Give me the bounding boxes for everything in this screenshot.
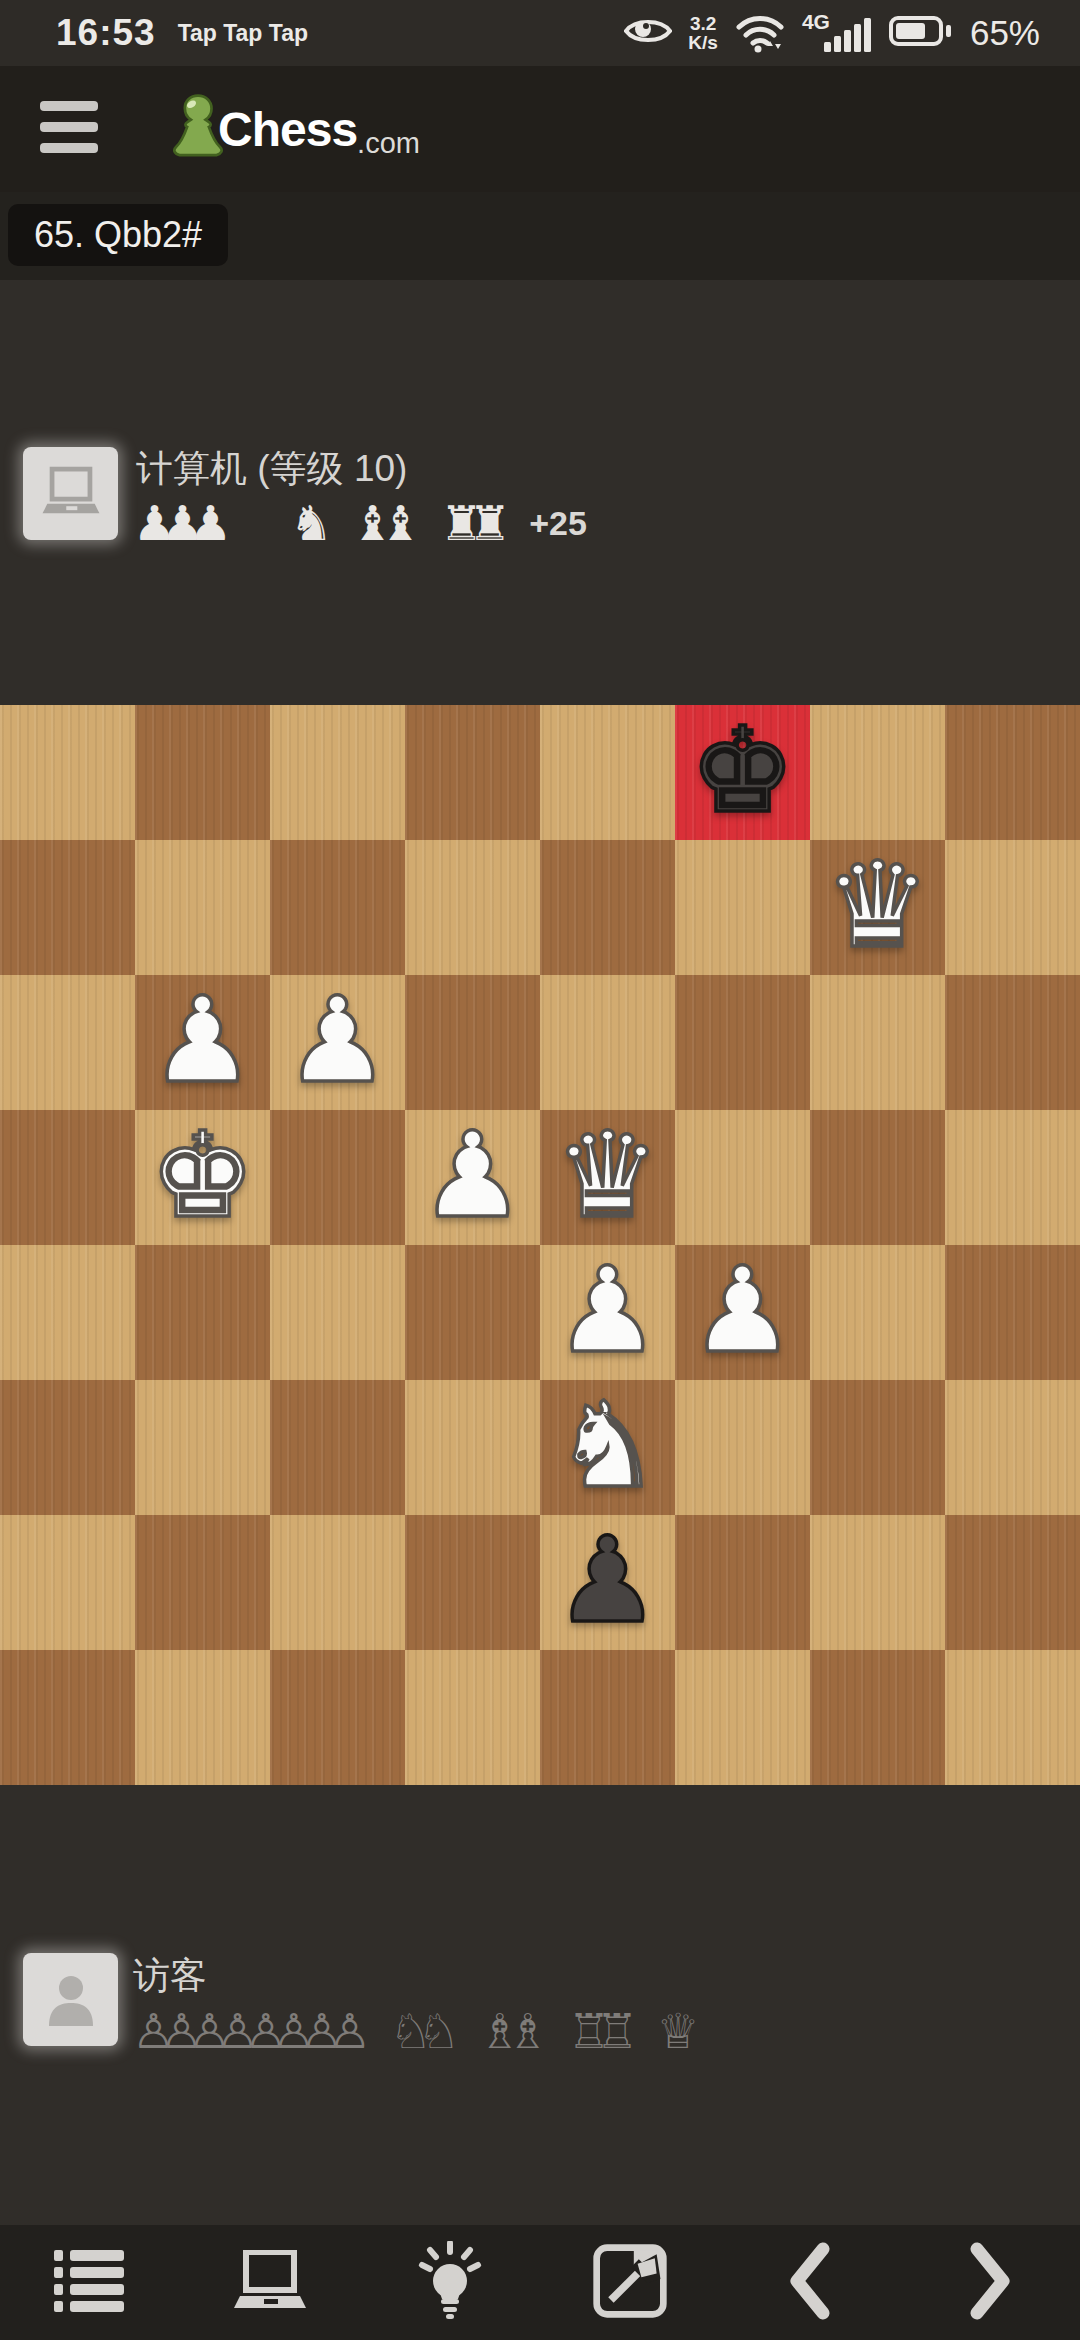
- square-e4[interactable]: ♟: [405, 1110, 540, 1245]
- square-c6[interactable]: [675, 1380, 810, 1515]
- white-pawn: ♟: [270, 975, 405, 1110]
- brand-text: Chess: [218, 102, 357, 157]
- captured-rook-group: ♜♜: [440, 499, 511, 547]
- square-h5[interactable]: [0, 1245, 135, 1380]
- white-pawn: ♟: [540, 1245, 675, 1380]
- top-player-avatar: [23, 447, 118, 540]
- square-b2[interactable]: ♛: [810, 840, 945, 975]
- flip-board-button[interactable]: [570, 2238, 690, 2328]
- square-c7[interactable]: [675, 1515, 810, 1650]
- captured-queen-group: ♕: [656, 2007, 699, 2055]
- captured-pieces-bottom: ♙♙♙♙♙♙♙♙♘♘♗♗♖♖♕: [132, 2007, 717, 2055]
- last-move-chip[interactable]: 65. Qbb2#: [8, 204, 228, 266]
- square-e6[interactable]: [405, 1380, 540, 1515]
- square-f8[interactable]: [270, 1650, 405, 1785]
- clock-time: 16:53: [56, 12, 156, 54]
- white-queen: ♛: [540, 1110, 675, 1245]
- chesscom-logo[interactable]: Chess .com: [172, 93, 420, 165]
- top-player-name: 计算机 (等级 10): [136, 444, 407, 494]
- square-a7[interactable]: [945, 1515, 1080, 1650]
- square-d4[interactable]: ♛: [540, 1110, 675, 1245]
- battery-icon: [888, 13, 954, 53]
- flip-board-icon: [590, 2241, 670, 2324]
- square-h7[interactable]: [0, 1515, 135, 1650]
- moves-list-icon: [54, 2250, 126, 2315]
- square-f1[interactable]: [270, 705, 405, 840]
- black-king: ♚: [675, 705, 810, 840]
- back-button[interactable]: [750, 2238, 870, 2328]
- square-g6[interactable]: [135, 1380, 270, 1515]
- square-f6[interactable]: [270, 1380, 405, 1515]
- captured-knight-icon: ♞: [290, 499, 333, 547]
- square-h4[interactable]: [0, 1110, 135, 1245]
- square-e5[interactable]: [405, 1245, 540, 1380]
- computer-toolbar-icon: [232, 2250, 308, 2315]
- square-c5[interactable]: ♟: [675, 1245, 810, 1380]
- carrier-label: Tap Tap Tap: [178, 20, 308, 47]
- captured-pawn-group: ♟♟♟: [133, 499, 272, 547]
- captured-knight-icon: ♘: [417, 2007, 460, 2055]
- app-header: Chess .com: [0, 66, 1080, 192]
- captured-pieces-top: ♟♟♟♞♝♝♜♜: [133, 499, 529, 547]
- square-a3[interactable]: [945, 975, 1080, 1110]
- captured-rook-icon: ♜: [468, 499, 511, 547]
- square-d5[interactable]: ♟: [540, 1245, 675, 1380]
- square-a8[interactable]: [945, 1650, 1080, 1785]
- captured-bishop-icon: ♝: [379, 499, 422, 547]
- square-e2[interactable]: [405, 840, 540, 975]
- moves-list-button[interactable]: [30, 2238, 150, 2328]
- square-e1[interactable]: [405, 705, 540, 840]
- captured-knight-group: ♘♘: [389, 2007, 460, 2055]
- network-speed: 3.2 K/s: [688, 14, 718, 52]
- green-pawn-icon: [172, 93, 224, 165]
- square-c8[interactable]: [675, 1650, 810, 1785]
- white-knight: ♞: [540, 1380, 675, 1515]
- square-a1[interactable]: [945, 705, 1080, 840]
- square-b5[interactable]: [810, 1245, 945, 1380]
- forward-button[interactable]: [930, 2238, 1050, 2328]
- square-g3[interactable]: ♟: [135, 975, 270, 1110]
- square-d6[interactable]: ♞: [540, 1380, 675, 1515]
- white-pawn: ♟: [675, 1245, 810, 1380]
- captured-bishop-group: ♝♝: [351, 499, 422, 547]
- square-c4[interactable]: [675, 1110, 810, 1245]
- battery-percent: 65%: [970, 13, 1040, 53]
- square-c2[interactable]: [675, 840, 810, 975]
- square-d1[interactable]: [540, 705, 675, 840]
- captured-knight-group: ♞: [290, 499, 333, 547]
- bottom-toolbar: [0, 2225, 1080, 2340]
- square-h6[interactable]: [0, 1380, 135, 1515]
- eye-icon: [624, 15, 672, 51]
- square-h3[interactable]: [0, 975, 135, 1110]
- computer-button[interactable]: [210, 2238, 330, 2328]
- square-c1[interactable]: ♚: [675, 705, 810, 840]
- person-icon: [41, 1968, 101, 2032]
- square-d3[interactable]: [540, 975, 675, 1110]
- square-g5[interactable]: [135, 1245, 270, 1380]
- square-f4[interactable]: [270, 1110, 405, 1245]
- square-g7[interactable]: [135, 1515, 270, 1650]
- black-pawn: ♟: [540, 1515, 675, 1650]
- square-g4[interactable]: ♚: [135, 1110, 270, 1245]
- captured-rook-group: ♖♖: [567, 2007, 638, 2055]
- square-b6[interactable]: [810, 1380, 945, 1515]
- square-f7[interactable]: [270, 1515, 405, 1650]
- square-f5[interactable]: [270, 1245, 405, 1380]
- chevron-left-icon: [787, 2242, 833, 2323]
- captured-bishop-icon: ♗: [506, 2007, 549, 2055]
- status-bar: 16:53 Tap Tap Tap 3.2 K/s 4G: [0, 0, 1080, 66]
- square-a6[interactable]: [945, 1380, 1080, 1515]
- lightbulb-icon: [418, 2241, 482, 2324]
- square-e8[interactable]: [405, 1650, 540, 1785]
- square-g1[interactable]: [135, 705, 270, 840]
- chevron-right-icon: [967, 2242, 1013, 2323]
- square-f2[interactable]: [270, 840, 405, 975]
- square-b4[interactable]: [810, 1110, 945, 1245]
- square-b7[interactable]: [810, 1515, 945, 1650]
- captured-queen-icon: ♕: [656, 2007, 699, 2055]
- square-a2[interactable]: [945, 840, 1080, 975]
- captured-bishop-group: ♗♗: [478, 2007, 549, 2055]
- square-d8[interactable]: [540, 1650, 675, 1785]
- move-bar: 65. Qbb2#: [0, 192, 1080, 280]
- menu-button[interactable]: [40, 98, 98, 160]
- square-h2[interactable]: [0, 840, 135, 975]
- square-g8[interactable]: [135, 1650, 270, 1785]
- computer-icon: [41, 464, 101, 524]
- captured-rook-icon: ♖: [595, 2007, 638, 2055]
- square-d7[interactable]: ♟: [540, 1515, 675, 1650]
- square-e3[interactable]: [405, 975, 540, 1110]
- captured-pawn-group: ♙♙♙♙♙♙♙♙: [132, 2007, 371, 2055]
- square-c3[interactable]: [675, 975, 810, 1110]
- square-e7[interactable]: [405, 1515, 540, 1650]
- captured-pawn-icon: ♙: [328, 2007, 371, 2055]
- square-a4[interactable]: [945, 1110, 1080, 1245]
- square-a5[interactable]: [945, 1245, 1080, 1380]
- white-queen: ♛: [810, 840, 945, 975]
- captured-pawn-icon: ♟: [189, 499, 232, 547]
- white-pawn: ♟: [135, 975, 270, 1110]
- square-b1[interactable]: [810, 705, 945, 840]
- material-advantage: +25: [529, 504, 587, 543]
- white-pawn: ♟: [405, 1110, 540, 1245]
- square-f3[interactable]: ♟: [270, 975, 405, 1110]
- bottom-player-avatar: [23, 1953, 118, 2046]
- white-king: ♚: [135, 1110, 270, 1245]
- board: ♚♛♟♟♚♟♛♟♟♞♟: [0, 705, 1080, 1785]
- brand-suffix-text: .com: [357, 127, 420, 160]
- square-h8[interactable]: [0, 1650, 135, 1785]
- square-d2[interactable]: [540, 840, 675, 975]
- square-b8[interactable]: [810, 1650, 945, 1785]
- signal-bars-icon: 4G: [802, 10, 872, 56]
- bottom-player-name: 访客: [133, 1951, 207, 2001]
- wifi-icon: [734, 8, 786, 58]
- square-b3[interactable]: [810, 975, 945, 1110]
- hint-button[interactable]: [390, 2238, 510, 2328]
- square-g2[interactable]: [135, 840, 270, 975]
- square-h1[interactable]: [0, 705, 135, 840]
